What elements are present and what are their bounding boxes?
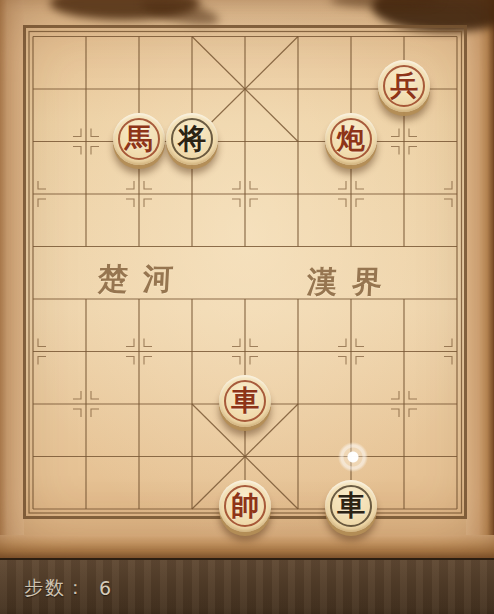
piece-red-soldier[interactable]: 兵 bbox=[378, 60, 430, 112]
step-counter-label: 步数： bbox=[24, 575, 87, 601]
piece-glyph: 炮 bbox=[337, 125, 365, 153]
piece-red-horse[interactable]: 馬 bbox=[113, 113, 165, 165]
piece-black-general[interactable]: 将 bbox=[166, 113, 218, 165]
status-bar: 步数： 6 bbox=[0, 558, 494, 614]
piece-red-general[interactable]: 帥 bbox=[219, 480, 271, 532]
piece-black-chariot[interactable]: 車 bbox=[325, 480, 377, 532]
piece-red-cannon[interactable]: 炮 bbox=[325, 113, 377, 165]
piece-glyph: 兵 bbox=[390, 72, 418, 100]
river-label-left: 楚河 bbox=[97, 259, 189, 300]
river-label-right: 漢界 bbox=[306, 262, 398, 303]
piece-glyph: 将 bbox=[178, 125, 206, 153]
xiangqi-app: 楚河 漢界 馬将炮兵車帥車 步数： 6 bbox=[0, 0, 494, 614]
piece-glyph: 馬 bbox=[125, 125, 153, 153]
piece-glyph: 帥 bbox=[231, 492, 259, 520]
piece-glyph: 車 bbox=[231, 387, 259, 415]
piece-glyph: 車 bbox=[337, 492, 365, 520]
piece-red-chariot[interactable]: 車 bbox=[219, 375, 271, 427]
step-counter-value: 6 bbox=[99, 577, 111, 599]
